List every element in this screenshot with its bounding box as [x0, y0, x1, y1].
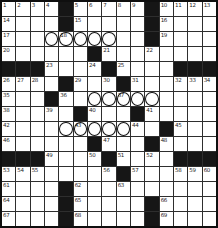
- clue-number: 63: [118, 182, 124, 188]
- cell[interactable]: [74, 32, 87, 46]
- clue-number: 23: [46, 62, 52, 68]
- clue-number: 2: [17, 2, 20, 8]
- cell[interactable]: [145, 122, 158, 136]
- block-cell: [59, 182, 72, 196]
- clue-number: 13: [204, 2, 210, 8]
- cell[interactable]: [88, 182, 101, 196]
- clue-number: 60: [204, 167, 210, 173]
- cell[interactable]: [59, 47, 72, 61]
- clue-number: 44: [132, 122, 138, 128]
- cell[interactable]: 69: [160, 212, 173, 226]
- block-cell: [2, 62, 15, 76]
- clue-number: 12: [189, 2, 195, 8]
- cell[interactable]: [117, 122, 130, 136]
- clue-number: 68: [75, 212, 81, 218]
- cell[interactable]: 51: [117, 152, 130, 166]
- clue-number: 27: [17, 77, 23, 83]
- cell[interactable]: 66: [160, 197, 173, 211]
- clue-number: 48: [161, 137, 167, 143]
- cell[interactable]: [45, 32, 58, 46]
- cell[interactable]: [174, 47, 187, 61]
- cell[interactable]: 59: [188, 167, 201, 181]
- cell[interactable]: 32: [174, 77, 187, 91]
- cell[interactable]: 30: [102, 77, 115, 91]
- clue-number: 41: [146, 107, 152, 113]
- clue-number: 4: [46, 2, 49, 8]
- cell[interactable]: [16, 197, 29, 211]
- block-cell: [145, 137, 158, 151]
- cell[interactable]: [203, 197, 216, 211]
- cell[interactable]: [74, 47, 87, 61]
- cell[interactable]: 44: [131, 122, 144, 136]
- cell[interactable]: [31, 212, 44, 226]
- cell[interactable]: 58: [174, 167, 187, 181]
- cell[interactable]: [203, 212, 216, 226]
- block-cell: [117, 167, 130, 181]
- cell[interactable]: [45, 167, 58, 181]
- cell[interactable]: 1: [2, 2, 15, 16]
- cell[interactable]: [174, 32, 187, 46]
- clue-number: 26: [3, 77, 9, 83]
- cell[interactable]: [174, 197, 187, 211]
- cell[interactable]: [160, 92, 173, 106]
- cell[interactable]: 47: [102, 137, 115, 151]
- cell[interactable]: [45, 182, 58, 196]
- cell[interactable]: 55: [31, 167, 44, 181]
- block-cell: [203, 152, 216, 166]
- block-cell: [145, 197, 158, 211]
- clue-number: 39: [46, 107, 52, 113]
- cell[interactable]: [16, 92, 29, 106]
- cell[interactable]: [203, 32, 216, 46]
- cell[interactable]: [174, 17, 187, 31]
- cell[interactable]: [88, 92, 101, 106]
- cell[interactable]: [160, 167, 173, 181]
- cell[interactable]: [174, 182, 187, 196]
- circle-marker: [59, 122, 72, 136]
- cell[interactable]: [160, 182, 173, 196]
- cell[interactable]: [102, 92, 115, 106]
- block-cell: [59, 77, 72, 91]
- clue-number: 10: [161, 2, 167, 8]
- cell[interactable]: [74, 92, 87, 106]
- clue-number: 5: [75, 2, 78, 8]
- cell[interactable]: [131, 197, 144, 211]
- block-cell: [16, 62, 29, 76]
- clue-number: 40: [89, 107, 95, 113]
- cell[interactable]: 21: [102, 47, 115, 61]
- cell[interactable]: 26: [2, 77, 15, 91]
- circle-marker: [88, 122, 101, 136]
- block-cell: [74, 107, 87, 121]
- cell[interactable]: [131, 32, 144, 46]
- cell[interactable]: [203, 137, 216, 151]
- cell[interactable]: 11: [174, 2, 187, 16]
- cell[interactable]: 49: [45, 152, 58, 166]
- cell[interactable]: [45, 197, 58, 211]
- clue-number: 43: [75, 122, 81, 128]
- cell[interactable]: [59, 152, 72, 166]
- cell[interactable]: 10: [160, 2, 173, 16]
- cell[interactable]: [59, 107, 72, 121]
- circle-marker: [102, 92, 115, 106]
- clue-number: 19: [161, 32, 167, 38]
- cell[interactable]: [74, 152, 87, 166]
- circle-marker: [102, 32, 115, 46]
- cell[interactable]: 39: [45, 107, 58, 121]
- clue-number: 59: [189, 167, 195, 173]
- cell[interactable]: 43: [74, 122, 87, 136]
- cell[interactable]: 63: [117, 182, 130, 196]
- cell[interactable]: [31, 17, 44, 31]
- cell[interactable]: 50: [88, 152, 101, 166]
- circle-marker: [131, 92, 144, 106]
- clue-number: 36: [60, 92, 66, 98]
- cell[interactable]: [102, 107, 115, 121]
- cell[interactable]: [59, 122, 72, 136]
- cell[interactable]: 5: [74, 2, 87, 16]
- clue-number: 30: [103, 77, 109, 83]
- cell[interactable]: [188, 107, 201, 121]
- cell[interactable]: [131, 182, 144, 196]
- cell[interactable]: 35: [2, 92, 15, 106]
- clue-number: 14: [3, 17, 9, 23]
- cell[interactable]: [117, 212, 130, 226]
- cell[interactable]: [74, 137, 87, 151]
- cell[interactable]: [16, 17, 29, 31]
- cell[interactable]: [145, 92, 158, 106]
- circle-marker: [45, 32, 58, 46]
- block-cell: [174, 62, 187, 76]
- cell[interactable]: 64: [2, 197, 15, 211]
- cell[interactable]: [117, 137, 130, 151]
- cell[interactable]: [160, 77, 173, 91]
- cell[interactable]: 57: [131, 167, 144, 181]
- cell[interactable]: [131, 152, 144, 166]
- cell[interactable]: [31, 182, 44, 196]
- cell[interactable]: [88, 77, 101, 91]
- clue-number: 47: [103, 137, 109, 143]
- cell[interactable]: 48: [160, 137, 173, 151]
- clue-number: 51: [118, 152, 124, 158]
- block-cell: [31, 152, 44, 166]
- cell[interactable]: [174, 137, 187, 151]
- cell[interactable]: [31, 122, 44, 136]
- clue-number: 20: [3, 47, 9, 53]
- cell[interactable]: [45, 77, 58, 91]
- cell[interactable]: [131, 62, 144, 76]
- clue-number: 37: [118, 92, 124, 98]
- cell[interactable]: [131, 137, 144, 151]
- block-cell: [45, 92, 58, 106]
- cell[interactable]: [188, 122, 201, 136]
- clue-number: 42: [3, 122, 9, 128]
- cell[interactable]: [145, 77, 158, 91]
- cell[interactable]: 12: [188, 2, 201, 16]
- cell[interactable]: [88, 17, 101, 31]
- cell[interactable]: [174, 212, 187, 226]
- cell[interactable]: 46: [2, 137, 15, 151]
- cell[interactable]: [102, 212, 115, 226]
- cell[interactable]: 4: [45, 2, 58, 16]
- clue-number: 24: [89, 62, 95, 68]
- cell[interactable]: [16, 137, 29, 151]
- cell[interactable]: 53: [2, 167, 15, 181]
- cell[interactable]: [117, 107, 130, 121]
- cell[interactable]: [74, 167, 87, 181]
- cell[interactable]: [131, 92, 144, 106]
- block-cell: [145, 17, 158, 31]
- cell[interactable]: [102, 17, 115, 31]
- cell[interactable]: 6: [88, 2, 101, 16]
- cell[interactable]: 60: [203, 167, 216, 181]
- clue-number: 11: [175, 2, 181, 8]
- cell[interactable]: [145, 62, 158, 76]
- cell[interactable]: 3: [31, 2, 44, 16]
- cell[interactable]: 9: [131, 2, 144, 16]
- cell[interactable]: [88, 122, 101, 136]
- cell[interactable]: [88, 212, 101, 226]
- cell[interactable]: [45, 47, 58, 61]
- cell[interactable]: 40: [88, 107, 101, 121]
- clue-number: 22: [146, 47, 152, 53]
- cell[interactable]: 45: [174, 122, 187, 136]
- cell[interactable]: [203, 122, 216, 136]
- cell[interactable]: [174, 92, 187, 106]
- clue-number: 16: [161, 17, 167, 23]
- clue-number: 65: [75, 197, 81, 203]
- cell[interactable]: 41: [145, 107, 158, 121]
- block-cell: [2, 152, 15, 166]
- cell[interactable]: [59, 62, 72, 76]
- clue-number: 58: [175, 167, 181, 173]
- clue-number: 53: [3, 167, 9, 173]
- block-cell: [145, 212, 158, 226]
- cell[interactable]: [45, 122, 58, 136]
- cell[interactable]: [88, 197, 101, 211]
- cell[interactable]: 19: [160, 32, 173, 46]
- cell[interactable]: [145, 167, 158, 181]
- cell[interactable]: [45, 212, 58, 226]
- cell[interactable]: [203, 17, 216, 31]
- circle-marker: [88, 92, 101, 106]
- cell[interactable]: [160, 107, 173, 121]
- cell[interactable]: [131, 212, 144, 226]
- cell[interactable]: [16, 212, 29, 226]
- cell[interactable]: [16, 182, 29, 196]
- cell[interactable]: 52: [145, 152, 158, 166]
- cell[interactable]: [160, 62, 173, 76]
- cell[interactable]: [16, 47, 29, 61]
- block-cell: [59, 212, 72, 226]
- cell[interactable]: [131, 17, 144, 31]
- cell[interactable]: [102, 182, 115, 196]
- clue-number: 46: [3, 137, 9, 143]
- block-cell: [88, 137, 101, 151]
- clue-number: 34: [204, 77, 210, 83]
- cell[interactable]: [74, 62, 87, 76]
- cell[interactable]: 68: [74, 212, 87, 226]
- cell[interactable]: [188, 197, 201, 211]
- clue-number: 54: [17, 167, 23, 173]
- cell[interactable]: [31, 107, 44, 121]
- cell[interactable]: 56: [102, 167, 115, 181]
- cell[interactable]: [31, 47, 44, 61]
- cell[interactable]: [16, 32, 29, 46]
- cell[interactable]: [31, 32, 44, 46]
- block-cell: [188, 152, 201, 166]
- cell[interactable]: [16, 122, 29, 136]
- block-cell: [117, 77, 130, 91]
- clue-number: 50: [89, 152, 95, 158]
- clue-number: 62: [75, 182, 81, 188]
- circle-marker: [117, 122, 130, 136]
- cell[interactable]: 7: [102, 2, 115, 16]
- cell[interactable]: [31, 137, 44, 151]
- cell[interactable]: 42: [2, 122, 15, 136]
- cell[interactable]: [31, 197, 44, 211]
- cell[interactable]: [203, 182, 216, 196]
- cell[interactable]: [31, 92, 44, 106]
- cell[interactable]: [160, 152, 173, 166]
- block-cell: [59, 197, 72, 211]
- block-cell: [59, 2, 72, 16]
- block-cell: [203, 62, 216, 76]
- circle-marker: [145, 92, 158, 106]
- cell[interactable]: 2: [16, 2, 29, 16]
- block-cell: [160, 122, 173, 136]
- cell[interactable]: [188, 212, 201, 226]
- clue-number: 1: [3, 2, 6, 8]
- clue-number: 6: [89, 2, 92, 8]
- block-cell: [145, 32, 158, 46]
- cell[interactable]: 14: [2, 17, 15, 31]
- block-cell: [145, 2, 158, 16]
- cell[interactable]: [188, 47, 201, 61]
- cell[interactable]: [102, 122, 115, 136]
- cell[interactable]: [131, 47, 144, 61]
- block-cell: [59, 17, 72, 31]
- clue-number: 9: [132, 2, 135, 8]
- cell[interactable]: [203, 92, 216, 106]
- cell[interactable]: [45, 17, 58, 31]
- clue-number: 64: [3, 197, 9, 203]
- clue-number: 67: [3, 212, 9, 218]
- cell[interactable]: [188, 182, 201, 196]
- block-cell: [102, 152, 115, 166]
- clue-number: 8: [118, 2, 121, 8]
- cell[interactable]: 33: [188, 77, 201, 91]
- cell[interactable]: [117, 47, 130, 61]
- block-cell: [188, 62, 201, 76]
- cell[interactable]: [174, 107, 187, 121]
- clue-number: 25: [118, 62, 124, 68]
- cell[interactable]: [188, 92, 201, 106]
- cell[interactable]: 17: [2, 32, 15, 46]
- clue-number: 66: [161, 197, 167, 203]
- block-cell: [131, 107, 144, 121]
- clue-number: 17: [3, 32, 9, 38]
- cell[interactable]: 23: [45, 62, 58, 76]
- cell[interactable]: [160, 47, 173, 61]
- cell[interactable]: 62: [74, 182, 87, 196]
- cell[interactable]: 25: [117, 62, 130, 76]
- clue-number: 57: [132, 167, 138, 173]
- cell[interactable]: 28: [31, 77, 44, 91]
- cell[interactable]: 27: [16, 77, 29, 91]
- cell[interactable]: [203, 47, 216, 61]
- circle-marker: [74, 32, 87, 46]
- cell[interactable]: [16, 107, 29, 121]
- cell[interactable]: 18: [59, 32, 72, 46]
- cell[interactable]: [117, 17, 130, 31]
- clue-number: 31: [132, 77, 138, 83]
- clue-number: 61: [3, 182, 9, 188]
- cell[interactable]: [117, 197, 130, 211]
- clue-number: 32: [175, 77, 181, 83]
- cell[interactable]: [203, 107, 216, 121]
- cell[interactable]: 15: [74, 17, 87, 31]
- clue-number: 35: [3, 92, 9, 98]
- cell[interactable]: [188, 17, 201, 31]
- clue-number: 69: [161, 212, 167, 218]
- clue-number: 28: [32, 77, 38, 83]
- cell[interactable]: [117, 32, 130, 46]
- crossword-grid: 1234567891011121314151617181920212223242…: [0, 0, 218, 228]
- clue-number: 3: [32, 2, 35, 8]
- cell[interactable]: 67: [2, 212, 15, 226]
- clue-number: 49: [46, 152, 52, 158]
- circle-marker: [102, 122, 115, 136]
- cell[interactable]: 20: [2, 47, 15, 61]
- clue-number: 55: [32, 167, 38, 173]
- cell[interactable]: 36: [59, 92, 72, 106]
- cell[interactable]: 61: [2, 182, 15, 196]
- cell[interactable]: 34: [203, 77, 216, 91]
- cell[interactable]: [88, 167, 101, 181]
- cell[interactable]: 38: [2, 107, 15, 121]
- cell[interactable]: 13: [203, 2, 216, 16]
- cell[interactable]: 24: [88, 62, 101, 76]
- cell[interactable]: 16: [160, 17, 173, 31]
- cell[interactable]: [102, 197, 115, 211]
- cell[interactable]: [188, 32, 201, 46]
- block-cell: [102, 62, 115, 76]
- cell[interactable]: [145, 182, 158, 196]
- cell[interactable]: [59, 167, 72, 181]
- cell[interactable]: [59, 137, 72, 151]
- cell[interactable]: 8: [117, 2, 130, 16]
- cell[interactable]: 37: [117, 92, 130, 106]
- cell[interactable]: [88, 32, 101, 46]
- clue-number: 15: [75, 17, 81, 23]
- cell[interactable]: 65: [74, 197, 87, 211]
- cell[interactable]: 54: [16, 167, 29, 181]
- cell[interactable]: 22: [145, 47, 158, 61]
- cell[interactable]: 31: [131, 77, 144, 91]
- cell[interactable]: 29: [74, 77, 87, 91]
- block-cell: [16, 152, 29, 166]
- block-cell: [174, 152, 187, 166]
- cell[interactable]: [45, 137, 58, 151]
- clue-number: 18: [60, 32, 66, 38]
- block-cell: [31, 62, 44, 76]
- clue-number: 21: [103, 47, 109, 53]
- clue-number: 38: [3, 107, 9, 113]
- clue-number: 33: [189, 77, 195, 83]
- cell[interactable]: [102, 32, 115, 46]
- cell[interactable]: [188, 137, 201, 151]
